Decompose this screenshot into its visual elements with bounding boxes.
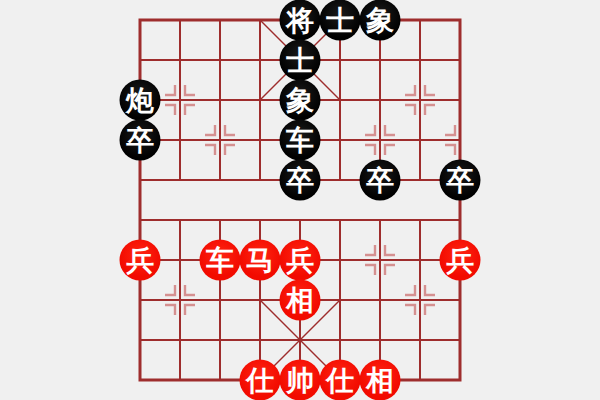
board-point[interactable] (240, 160, 280, 200)
board-point[interactable]: 卒 (440, 160, 480, 200)
board-point[interactable]: 士 (320, 0, 360, 40)
black-general[interactable]: 将 (280, 0, 321, 41)
board-point[interactable] (200, 160, 240, 200)
board-point[interactable] (280, 320, 320, 360)
board-point[interactable] (120, 280, 160, 320)
board-point[interactable] (120, 320, 160, 360)
board-point[interactable]: 卒 (120, 120, 160, 160)
black-soldier[interactable]: 卒 (440, 160, 481, 201)
black-advisor[interactable]: 士 (280, 40, 321, 81)
xiangqi-board: 将士象士炮象卒车卒卒卒兵车马兵兵相仕帅仕相 (0, 0, 600, 400)
black-elephant[interactable]: 象 (280, 80, 321, 121)
board-point[interactable] (200, 320, 240, 360)
board-point[interactable] (400, 160, 440, 200)
board-point[interactable]: 仕 (320, 360, 360, 400)
board-point[interactable] (240, 120, 280, 160)
red-soldier[interactable]: 兵 (280, 240, 321, 281)
board-point[interactable] (440, 360, 480, 400)
red-chariot[interactable]: 车 (200, 240, 241, 281)
board-point[interactable]: 炮 (120, 80, 160, 120)
board-point[interactable] (160, 320, 200, 360)
board-point[interactable] (240, 0, 280, 40)
board-point[interactable] (440, 40, 480, 80)
red-advisor[interactable]: 仕 (320, 360, 361, 400)
red-advisor[interactable]: 仕 (240, 360, 281, 400)
board-point[interactable]: 将 (280, 0, 320, 40)
board-point[interactable] (440, 120, 480, 160)
board-grid: 将士象士炮象卒车卒卒卒兵车马兵兵相仕帅仕相 (120, 0, 480, 400)
board-point[interactable] (120, 40, 160, 80)
board-point[interactable] (200, 80, 240, 120)
board-point[interactable]: 仕 (240, 360, 280, 400)
board-point[interactable] (160, 120, 200, 160)
board-point[interactable] (280, 200, 320, 240)
red-elephant[interactable]: 相 (360, 360, 401, 400)
board-point[interactable] (400, 40, 440, 80)
board-point[interactable]: 相 (280, 280, 320, 320)
red-elephant[interactable]: 相 (280, 280, 321, 321)
red-general[interactable]: 帅 (280, 360, 321, 400)
black-chariot[interactable]: 车 (280, 120, 321, 161)
board-point[interactable] (160, 80, 200, 120)
black-elephant[interactable]: 象 (360, 0, 401, 41)
board-point[interactable] (160, 40, 200, 80)
board-point[interactable] (320, 120, 360, 160)
board-point[interactable]: 象 (360, 0, 400, 40)
board-point[interactable] (360, 280, 400, 320)
board-point[interactable] (160, 160, 200, 200)
board-point[interactable]: 卒 (360, 160, 400, 200)
board-point[interactable] (320, 160, 360, 200)
board-point[interactable] (400, 360, 440, 400)
board-point[interactable] (240, 320, 280, 360)
board-point[interactable] (320, 40, 360, 80)
board-point[interactable] (320, 240, 360, 280)
board-point[interactable] (200, 200, 240, 240)
black-cannon[interactable]: 炮 (120, 80, 161, 121)
board-point[interactable] (320, 200, 360, 240)
board-point[interactable] (440, 80, 480, 120)
board-point[interactable] (440, 0, 480, 40)
red-soldier[interactable]: 兵 (120, 240, 161, 281)
red-soldier[interactable]: 兵 (440, 240, 481, 281)
board-point[interactable]: 兵 (120, 240, 160, 280)
board-point[interactable] (320, 80, 360, 120)
board-point[interactable] (400, 240, 440, 280)
board-point[interactable] (200, 360, 240, 400)
board-point[interactable] (240, 280, 280, 320)
board-point[interactable] (360, 80, 400, 120)
board-point[interactable] (240, 80, 280, 120)
board-point[interactable]: 兵 (440, 240, 480, 280)
board-point[interactable] (120, 0, 160, 40)
board-point[interactable] (440, 200, 480, 240)
board-point[interactable]: 车 (280, 120, 320, 160)
board-point[interactable] (320, 280, 360, 320)
red-horse[interactable]: 马 (240, 240, 281, 281)
board-point[interactable] (360, 240, 400, 280)
board-point[interactable]: 象 (280, 80, 320, 120)
board-point[interactable] (400, 280, 440, 320)
board-point[interactable]: 相 (360, 360, 400, 400)
board-point[interactable] (400, 120, 440, 160)
board-point[interactable] (440, 320, 480, 360)
board-point[interactable]: 帅 (280, 360, 320, 400)
board-point[interactable] (120, 360, 160, 400)
board-point[interactable] (120, 200, 160, 240)
board-point[interactable] (400, 320, 440, 360)
board-point[interactable] (360, 40, 400, 80)
board-point[interactable] (400, 80, 440, 120)
black-soldier[interactable]: 卒 (120, 120, 161, 161)
board-point[interactable] (160, 200, 200, 240)
board-point[interactable] (160, 0, 200, 40)
board-point[interactable]: 车 (200, 240, 240, 280)
board-point[interactable] (160, 280, 200, 320)
board-point[interactable] (320, 320, 360, 360)
board-point[interactable]: 马 (240, 240, 280, 280)
board-point[interactable] (360, 320, 400, 360)
black-soldier[interactable]: 卒 (280, 160, 321, 201)
board-point[interactable]: 士 (280, 40, 320, 80)
board-point[interactable] (360, 200, 400, 240)
board-point[interactable]: 兵 (280, 240, 320, 280)
black-soldier[interactable]: 卒 (360, 160, 401, 201)
board-point[interactable] (240, 40, 280, 80)
board-point[interactable] (120, 160, 160, 200)
board-point[interactable] (160, 360, 200, 400)
board-point[interactable] (200, 120, 240, 160)
board-point[interactable] (360, 120, 400, 160)
board-point[interactable] (400, 0, 440, 40)
board-point[interactable] (400, 200, 440, 240)
black-advisor[interactable]: 士 (320, 0, 361, 41)
board-point[interactable] (440, 280, 480, 320)
board-point[interactable] (200, 40, 240, 80)
board-point[interactable] (160, 240, 200, 280)
board-point[interactable] (240, 200, 280, 240)
board-point[interactable]: 卒 (280, 160, 320, 200)
board-point[interactable] (200, 280, 240, 320)
board-point[interactable] (200, 0, 240, 40)
